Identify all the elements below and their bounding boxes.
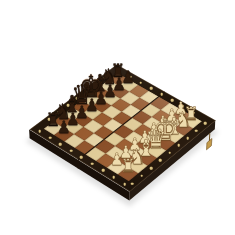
chess-board (29, 64, 215, 191)
chess-set-product-photo: ♜♞♝♛♚♝♞♜♟♟♟♟♟♟♟♟♟♟♟♟♟♟♟♟♜♞♝♛♚♝♞♜ (0, 0, 235, 235)
board-squares (43, 73, 201, 181)
clasp-stem (209, 133, 210, 142)
brass-clasp (207, 139, 212, 150)
